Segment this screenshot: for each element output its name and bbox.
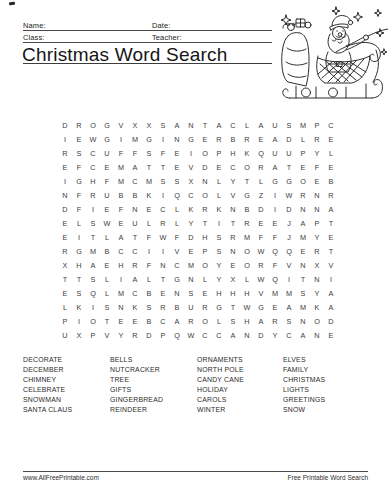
grid-cell[interactable]: G [268, 174, 282, 188]
grid-cell[interactable]: A [324, 300, 338, 314]
grid-cell[interactable]: M [114, 174, 128, 188]
grid-cell[interactable]: S [86, 216, 100, 230]
grid-cell[interactable]: S [72, 286, 86, 300]
grid-cell[interactable]: E [58, 286, 72, 300]
grid-cell[interactable]: S [184, 286, 198, 300]
grid-cell[interactable]: O [198, 146, 212, 160]
grid-cell[interactable]: B [100, 244, 114, 258]
grid-cell[interactable]: C [184, 188, 198, 202]
grid-cell[interactable]: X [128, 118, 142, 132]
grid-cell[interactable]: Q [268, 272, 282, 286]
grid-cell[interactable]: X [226, 272, 240, 286]
grid-cell[interactable]: K [128, 300, 142, 314]
grid-cell[interactable]: H [114, 258, 128, 272]
grid-cell[interactable]: I [268, 188, 282, 202]
grid-cell[interactable]: V [324, 258, 338, 272]
grid-cell[interactable]: W [184, 328, 198, 342]
grid-cell[interactable]: E [100, 160, 114, 174]
grid-cell[interactable]: S [142, 300, 156, 314]
grid-cell[interactable]: L [100, 272, 114, 286]
grid-cell[interactable]: N [296, 314, 310, 328]
grid-cell[interactable]: G [184, 132, 198, 146]
grid-cell[interactable]: T [72, 272, 86, 286]
grid-cell[interactable]: F [114, 146, 128, 160]
grid-cell[interactable]: R [254, 258, 268, 272]
grid-cell[interactable]: A [324, 202, 338, 216]
grid-cell[interactable]: U [268, 146, 282, 160]
grid-cell[interactable]: E [114, 216, 128, 230]
grid-cell[interactable]: N [184, 272, 198, 286]
grid-cell[interactable]: R [324, 188, 338, 202]
grid-cell[interactable]: G [254, 300, 268, 314]
grid-cell[interactable]: L [142, 272, 156, 286]
grid-cell[interactable]: C [198, 328, 212, 342]
grid-cell[interactable]: M [114, 286, 128, 300]
grid-cell[interactable]: B [240, 202, 254, 216]
grid-cell[interactable]: C [212, 328, 226, 342]
grid-cell[interactable]: Q [170, 188, 184, 202]
grid-cell[interactable]: P [198, 244, 212, 258]
grid-cell[interactable]: C [226, 160, 240, 174]
grid-cell[interactable]: E [142, 202, 156, 216]
grid-cell[interactable]: D [282, 132, 296, 146]
grid-cell[interactable]: S [72, 146, 86, 160]
grid-cell[interactable]: R [198, 202, 212, 216]
grid-cell[interactable]: L [212, 314, 226, 328]
grid-cell[interactable]: N [170, 286, 184, 300]
grid-cell[interactable]: F [114, 202, 128, 216]
grid-cell[interactable]: N [296, 258, 310, 272]
grid-cell[interactable]: S [226, 314, 240, 328]
grid-cell[interactable]: C [156, 202, 170, 216]
grid-cell[interactable]: P [310, 118, 324, 132]
grid-cell[interactable]: E [310, 174, 324, 188]
grid-cell[interactable]: U [58, 328, 72, 342]
grid-cell[interactable]: F [72, 188, 86, 202]
grid-cell[interactable]: L [212, 174, 226, 188]
grid-cell[interactable]: N [310, 188, 324, 202]
grid-cell[interactable]: M [114, 160, 128, 174]
grid-cell[interactable]: W [254, 272, 268, 286]
grid-cell[interactable]: V [254, 286, 268, 300]
grid-cell[interactable]: P [156, 328, 170, 342]
grid-cell[interactable]: V [184, 160, 198, 174]
grid-cell[interactable]: P [296, 146, 310, 160]
grid-cell[interactable]: F [254, 230, 268, 244]
grid-cell[interactable]: H [240, 314, 254, 328]
grid-cell[interactable]: T [198, 118, 212, 132]
grid-cell[interactable]: Y [310, 286, 324, 300]
grid-cell[interactable]: H [226, 286, 240, 300]
grid-cell[interactable]: T [100, 314, 114, 328]
grid-cell[interactable]: Y [184, 216, 198, 230]
grid-cell[interactable]: L [72, 216, 86, 230]
grid-cell[interactable]: N [310, 272, 324, 286]
grid-cell[interactable]: K [72, 300, 86, 314]
grid-cell[interactable]: H [212, 286, 226, 300]
grid-cell[interactable]: Y [268, 328, 282, 342]
grid-cell[interactable]: L [212, 188, 226, 202]
grid-cell[interactable]: F [72, 202, 86, 216]
grid-cell[interactable]: E [170, 146, 184, 160]
grid-cell[interactable]: I [156, 132, 170, 146]
grid-cell[interactable]: H [86, 174, 100, 188]
grid-cell[interactable]: A [296, 216, 310, 230]
grid-cell[interactable]: R [128, 328, 142, 342]
grid-cell[interactable]: C [86, 160, 100, 174]
grid-cell[interactable]: A [254, 118, 268, 132]
grid-cell[interactable]: N [184, 118, 198, 132]
grid-cell[interactable]: N [198, 174, 212, 188]
grid-cell[interactable]: N [156, 258, 170, 272]
grid-cell[interactable]: P [212, 146, 226, 160]
grid-cell[interactable]: K [142, 188, 156, 202]
grid-cell[interactable]: G [240, 188, 254, 202]
grid-cell[interactable]: I [212, 216, 226, 230]
grid-cell[interactable]: S [212, 244, 226, 258]
grid-cell[interactable]: Q [268, 244, 282, 258]
grid-cell[interactable]: C [128, 174, 142, 188]
grid-cell[interactable]: S [282, 118, 296, 132]
grid-cell[interactable]: S [282, 314, 296, 328]
grid-cell[interactable]: R [72, 118, 86, 132]
grid-cell[interactable]: G [142, 132, 156, 146]
grid-cell[interactable]: Y [212, 272, 226, 286]
grid-cell[interactable]: W [100, 216, 114, 230]
grid-cell[interactable]: E [156, 286, 170, 300]
grid-cell[interactable]: R [58, 146, 72, 160]
grid-cell[interactable]: A [128, 272, 142, 286]
grid-cell[interactable]: T [58, 272, 72, 286]
grid-cell[interactable]: B [324, 174, 338, 188]
grid-cell[interactable]: D [254, 328, 268, 342]
grid-cell[interactable]: M [296, 118, 310, 132]
grid-cell[interactable]: A [254, 314, 268, 328]
grid-cell[interactable]: G [170, 272, 184, 286]
grid-cell[interactable]: V [114, 118, 128, 132]
grid-cell[interactable]: T [296, 272, 310, 286]
grid-cell[interactable]: E [58, 216, 72, 230]
grid-cell[interactable]: F [156, 146, 170, 160]
grid-cell[interactable]: I [58, 174, 72, 188]
grid-cell[interactable]: I [184, 146, 198, 160]
grid-cell[interactable]: S [296, 286, 310, 300]
grid-cell[interactable]: J [282, 230, 296, 244]
grid-cell[interactable]: R [226, 230, 240, 244]
grid-cell[interactable]: E [296, 160, 310, 174]
grid-cell[interactable]: E [268, 300, 282, 314]
grid-cell[interactable]: E [254, 132, 268, 146]
grid-cell[interactable]: H [226, 146, 240, 160]
grid-cell[interactable]: N [240, 328, 254, 342]
grid-cell[interactable]: R [156, 300, 170, 314]
grid-cell[interactable]: A [170, 314, 184, 328]
grid-cell[interactable]: A [170, 118, 184, 132]
grid-cell[interactable]: S [212, 230, 226, 244]
grid-cell[interactable]: L [198, 272, 212, 286]
grid-cell[interactable]: N [114, 300, 128, 314]
grid-cell[interactable]: X [72, 328, 86, 342]
grid-cell[interactable]: L [296, 132, 310, 146]
grid-cell[interactable]: G [100, 118, 114, 132]
grid-cell[interactable]: T [198, 216, 212, 230]
grid-cell[interactable]: E [198, 286, 212, 300]
grid-cell[interactable]: F [268, 258, 282, 272]
grid-cell[interactable]: M [128, 132, 142, 146]
grid-cell[interactable]: A [86, 258, 100, 272]
grid-cell[interactable]: Z [254, 188, 268, 202]
grid-cell[interactable]: R [128, 258, 142, 272]
grid-cell[interactable]: Y [226, 174, 240, 188]
grid-cell[interactable]: X [58, 258, 72, 272]
grid-cell[interactable]: M [296, 230, 310, 244]
grid-cell[interactable]: R [240, 132, 254, 146]
grid-cell[interactable]: U [100, 146, 114, 160]
grid-cell[interactable]: R [86, 188, 100, 202]
grid-cell[interactable]: R [240, 216, 254, 230]
grid-cell[interactable]: N [226, 202, 240, 216]
grid-cell[interactable]: A [128, 160, 142, 174]
grid-cell[interactable]: R [212, 132, 226, 146]
grid-cell[interactable]: U [282, 146, 296, 160]
grid-cell[interactable]: T [324, 244, 338, 258]
grid-cell[interactable]: M [184, 258, 198, 272]
grid-cell[interactable]: M [240, 230, 254, 244]
grid-cell[interactable]: A [212, 118, 226, 132]
grid-cell[interactable]: R [310, 244, 324, 258]
grid-cell[interactable]: K [212, 202, 226, 216]
grid-cell[interactable]: L [240, 272, 254, 286]
grid-cell[interactable]: G [72, 174, 86, 188]
grid-cell[interactable]: E [324, 230, 338, 244]
grid-cell[interactable]: H [72, 258, 86, 272]
grid-cell[interactable]: R [254, 160, 268, 174]
grid-cell[interactable]: H [240, 286, 254, 300]
grid-cell[interactable]: X [310, 258, 324, 272]
grid-cell[interactable]: D [324, 314, 338, 328]
grid-cell[interactable]: L [100, 286, 114, 300]
grid-cell[interactable]: B [226, 132, 240, 146]
grid-cell[interactable]: I [268, 202, 282, 216]
grid-cell[interactable]: D [254, 202, 268, 216]
grid-cell[interactable]: N [170, 132, 184, 146]
grid-cell[interactable]: A [268, 132, 282, 146]
grid-cell[interactable]: T [324, 216, 338, 230]
grid-cell[interactable]: D [142, 328, 156, 342]
grid-cell[interactable]: I [282, 272, 296, 286]
grid-cell[interactable]: G [72, 244, 86, 258]
grid-cell[interactable]: I [114, 272, 128, 286]
grid-cell[interactable]: S [86, 272, 100, 286]
grid-cell[interactable]: K [240, 146, 254, 160]
grid-cell[interactable]: O [240, 244, 254, 258]
grid-cell[interactable]: X [184, 174, 198, 188]
grid-cell[interactable]: E [58, 230, 72, 244]
grid-cell[interactable]: O [310, 314, 324, 328]
grid-cell[interactable]: W [86, 132, 100, 146]
grid-cell[interactable]: O [240, 258, 254, 272]
grid-cell[interactable]: T [240, 174, 254, 188]
grid-cell[interactable]: I [114, 132, 128, 146]
grid-cell[interactable]: K [184, 202, 198, 216]
grid-cell[interactable]: L [240, 118, 254, 132]
site-url-link[interactable]: www.AllFreePrintable.com [23, 474, 99, 481]
grid-cell[interactable]: T [156, 160, 170, 174]
grid-cell[interactable]: R [268, 314, 282, 328]
grid-cell[interactable]: G [212, 300, 226, 314]
grid-cell[interactable]: W [254, 244, 268, 258]
grid-cell[interactable]: E [268, 216, 282, 230]
grid-cell[interactable]: N [310, 328, 324, 342]
grid-cell[interactable]: D [282, 202, 296, 216]
grid-cell[interactable]: A [268, 160, 282, 174]
grid-cell[interactable]: R [184, 314, 198, 328]
grid-cell[interactable]: P [310, 216, 324, 230]
grid-cell[interactable]: Y [310, 146, 324, 160]
grid-cell[interactable]: L [254, 174, 268, 188]
grid-cell[interactable]: N [310, 202, 324, 216]
grid-cell[interactable]: C [128, 286, 142, 300]
grid-cell[interactable]: E [324, 328, 338, 342]
grid-cell[interactable]: D [58, 202, 72, 216]
grid-cell[interactable]: C [86, 146, 100, 160]
grid-cell[interactable]: S [142, 146, 156, 160]
grid-cell[interactable]: U [268, 118, 282, 132]
grid-cell[interactable]: E [72, 132, 86, 146]
grid-cell[interactable]: C [114, 244, 128, 258]
grid-cell[interactable]: E [100, 258, 114, 272]
grid-cell[interactable]: E [254, 216, 268, 230]
grid-cell[interactable]: B [114, 188, 128, 202]
grid-cell[interactable]: Y [310, 230, 324, 244]
grid-cell[interactable]: B [142, 286, 156, 300]
grid-cell[interactable]: S [156, 174, 170, 188]
grid-cell[interactable]: T [226, 300, 240, 314]
grid-cell[interactable]: R [296, 188, 310, 202]
grid-cell[interactable]: V [170, 244, 184, 258]
grid-cell[interactable]: A [296, 328, 310, 342]
grid-cell[interactable]: Y [114, 328, 128, 342]
grid-cell[interactable]: N [58, 188, 72, 202]
grid-cell[interactable]: O [198, 314, 212, 328]
grid-cell[interactable]: E [128, 314, 142, 328]
grid-cell[interactable]: S [156, 118, 170, 132]
grid-cell[interactable]: I [324, 272, 338, 286]
grid-cell[interactable]: Q [282, 244, 296, 258]
grid-cell[interactable]: W [156, 230, 170, 244]
grid-cell[interactable]: T [142, 160, 156, 174]
grid-cell[interactable]: E [58, 160, 72, 174]
grid-cell[interactable]: E [170, 160, 184, 174]
grid-cell[interactable]: A [282, 300, 296, 314]
grid-cell[interactable]: O [198, 188, 212, 202]
grid-cell[interactable]: Y [212, 258, 226, 272]
grid-cell[interactable]: P [58, 314, 72, 328]
grid-cell[interactable]: R [58, 244, 72, 258]
grid-cell[interactable]: E [324, 132, 338, 146]
grid-cell[interactable]: R [156, 216, 170, 230]
grid-cell[interactable]: L [324, 146, 338, 160]
grid-cell[interactable]: V [282, 258, 296, 272]
grid-cell[interactable]: A [226, 328, 240, 342]
grid-cell[interactable]: U [184, 300, 198, 314]
grid-cell[interactable]: E [212, 160, 226, 174]
grid-cell[interactable]: F [310, 160, 324, 174]
grid-cell[interactable]: F [72, 160, 86, 174]
grid-cell[interactable]: I [156, 188, 170, 202]
grid-cell[interactable]: T [86, 230, 100, 244]
grid-cell[interactable]: R [198, 300, 212, 314]
grid-cell[interactable]: F [100, 174, 114, 188]
grid-cell[interactable]: C [226, 118, 240, 132]
grid-cell[interactable]: C [128, 244, 142, 258]
grid-cell[interactable]: B [128, 188, 142, 202]
grid-cell[interactable]: N [296, 202, 310, 216]
grid-cell[interactable]: B [142, 314, 156, 328]
grid-cell[interactable]: N [128, 202, 142, 216]
grid-cell[interactable]: I [156, 244, 170, 258]
grid-cell[interactable]: G [100, 132, 114, 146]
grid-cell[interactable]: E [324, 160, 338, 174]
grid-cell[interactable]: E [198, 132, 212, 146]
grid-cell[interactable]: T [226, 216, 240, 230]
grid-cell[interactable]: M [282, 286, 296, 300]
grid-cell[interactable]: V [226, 188, 240, 202]
grid-cell[interactable]: E [296, 244, 310, 258]
grid-cell[interactable]: G [282, 174, 296, 188]
grid-cell[interactable]: C [324, 118, 338, 132]
grid-cell[interactable]: F [128, 146, 142, 160]
grid-cell[interactable]: N [226, 244, 240, 258]
grid-cell[interactable]: L [142, 216, 156, 230]
grid-cell[interactable]: L [170, 216, 184, 230]
grid-cell[interactable]: B [170, 300, 184, 314]
grid-cell[interactable]: S [170, 174, 184, 188]
grid-cell[interactable]: E [226, 258, 240, 272]
grid-cell[interactable]: C [156, 314, 170, 328]
grid-cell[interactable]: L [170, 202, 184, 216]
grid-cell[interactable]: T [282, 160, 296, 174]
grid-cell[interactable]: L [58, 300, 72, 314]
grid-cell[interactable]: H [198, 230, 212, 244]
grid-cell[interactable]: I [86, 300, 100, 314]
grid-cell[interactable]: M [86, 244, 100, 258]
grid-cell[interactable]: D [198, 160, 212, 174]
grid-cell[interactable]: D [184, 230, 198, 244]
grid-cell[interactable]: E [184, 244, 198, 258]
grid-cell[interactable]: M [268, 286, 282, 300]
grid-cell[interactable]: E [100, 202, 114, 216]
grid-cell[interactable]: X [142, 118, 156, 132]
grid-cell[interactable]: F [170, 230, 184, 244]
grid-cell[interactable]: Q [170, 328, 184, 342]
grid-cell[interactable]: A [114, 230, 128, 244]
grid-cell[interactable]: F [268, 230, 282, 244]
grid-cell[interactable]: U [128, 216, 142, 230]
grid-cell[interactable]: M [296, 300, 310, 314]
grid-cell[interactable]: W [240, 300, 254, 314]
grid-cell[interactable]: I [86, 202, 100, 216]
grid-cell[interactable]: T [156, 272, 170, 286]
grid-cell[interactable]: V [100, 328, 114, 342]
grid-cell[interactable]: I [58, 132, 72, 146]
grid-cell[interactable]: T [128, 230, 142, 244]
grid-cell[interactable]: J [282, 216, 296, 230]
grid-cell[interactable]: A [324, 286, 338, 300]
grid-cell[interactable]: F [142, 258, 156, 272]
grid-cell[interactable]: C [170, 258, 184, 272]
grid-cell[interactable]: O [198, 258, 212, 272]
